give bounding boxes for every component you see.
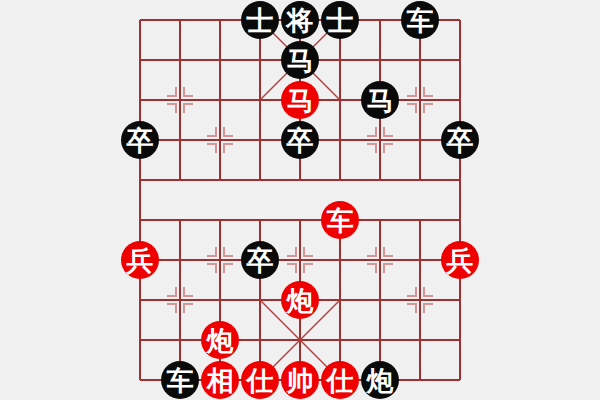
red-soldier[interactable]: 兵	[441, 241, 479, 279]
red-elephant[interactable]: 相	[201, 361, 239, 399]
red-horse[interactable]: 马	[281, 81, 319, 119]
black-advisor[interactable]: 士	[241, 1, 279, 39]
red-general[interactable]: 帅	[281, 361, 319, 399]
black-general[interactable]: 将	[281, 1, 319, 39]
xiangqi-board: 士将士车马马马卒卒卒车兵卒兵炮炮车相仕帅仕炮	[0, 0, 600, 400]
red-advisor[interactable]: 仕	[321, 361, 359, 399]
red-soldier[interactable]: 兵	[121, 241, 159, 279]
red-advisor[interactable]: 仕	[241, 361, 279, 399]
black-soldier[interactable]: 卒	[441, 121, 479, 159]
black-horse[interactable]: 马	[281, 41, 319, 79]
red-cannon[interactable]: 炮	[281, 281, 319, 319]
black-soldier[interactable]: 卒	[121, 121, 159, 159]
red-chariot[interactable]: 车	[321, 201, 359, 239]
pieces-layer: 士将士车马马马卒卒卒车兵卒兵炮炮车相仕帅仕炮	[120, 0, 480, 400]
black-advisor[interactable]: 士	[321, 1, 359, 39]
black-chariot[interactable]: 车	[161, 361, 199, 399]
black-soldier[interactable]: 卒	[281, 121, 319, 159]
red-cannon[interactable]: 炮	[201, 321, 239, 359]
black-cannon[interactable]: 炮	[361, 361, 399, 399]
black-soldier[interactable]: 卒	[241, 241, 279, 279]
black-horse[interactable]: 马	[361, 81, 399, 119]
black-chariot[interactable]: 车	[401, 1, 439, 39]
